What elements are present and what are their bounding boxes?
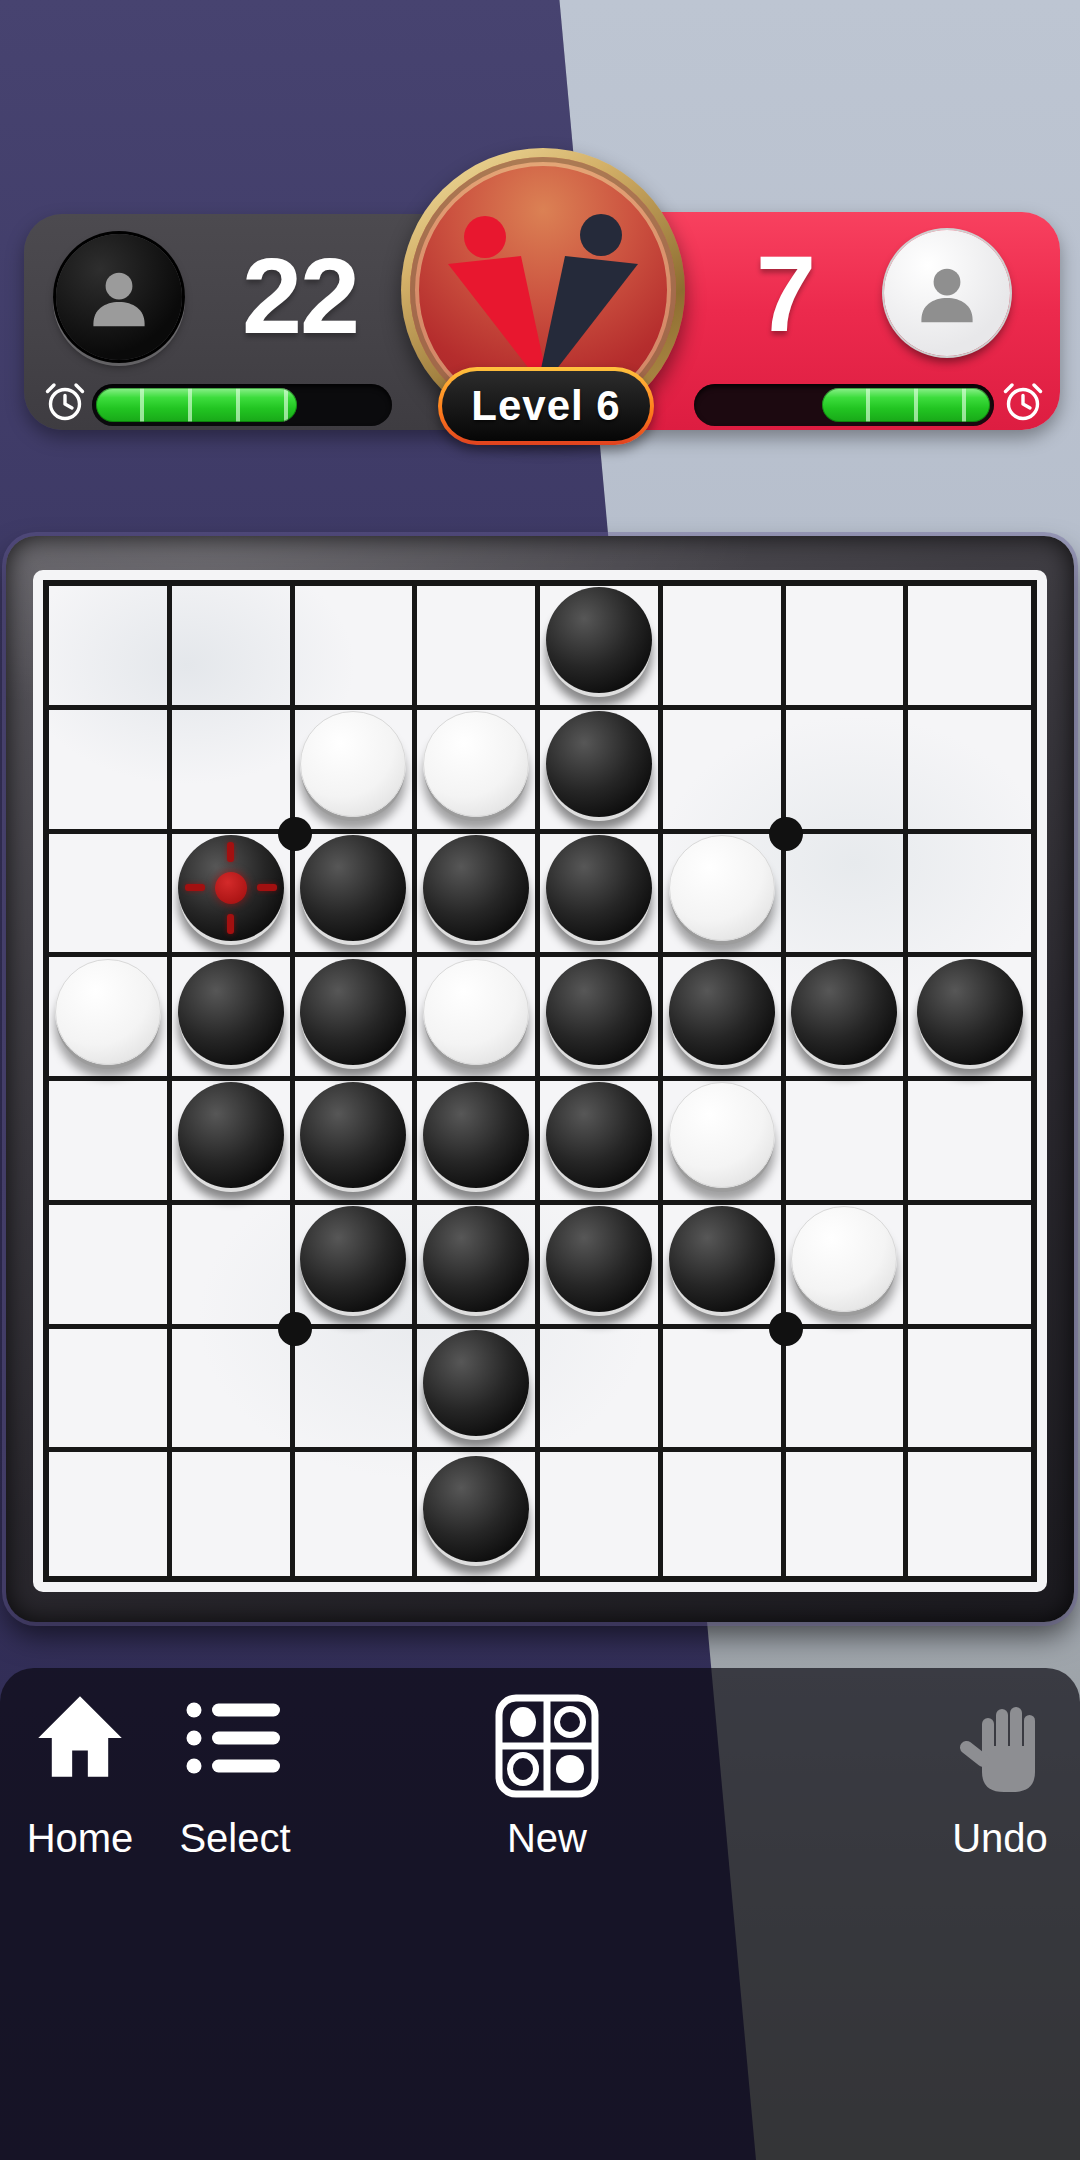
cell-r1c2[interactable] bbox=[172, 586, 295, 710]
home-icon bbox=[33, 1692, 127, 1780]
cell-r6c3[interactable] bbox=[295, 1205, 418, 1329]
cell-r8c1[interactable] bbox=[49, 1452, 172, 1576]
black-disc bbox=[791, 959, 897, 1065]
cell-r3c1[interactable] bbox=[49, 834, 172, 958]
level-badge[interactable]: Level 6 bbox=[438, 367, 654, 445]
black-disc bbox=[546, 587, 652, 693]
cell-r1c4[interactable] bbox=[417, 586, 540, 710]
black-disc bbox=[178, 1082, 284, 1188]
white-timer-track bbox=[694, 384, 994, 426]
cell-r1c5[interactable] bbox=[540, 586, 663, 710]
board-frame bbox=[6, 536, 1074, 1622]
black-disc bbox=[423, 1082, 529, 1188]
cell-r8c6[interactable] bbox=[663, 1452, 786, 1576]
person-icon bbox=[908, 254, 986, 332]
cell-r2c8[interactable] bbox=[908, 710, 1031, 834]
black-timer-track bbox=[92, 384, 392, 426]
cell-r7c1[interactable] bbox=[49, 1329, 172, 1453]
cell-r1c3[interactable] bbox=[295, 586, 418, 710]
cell-r3c7[interactable] bbox=[786, 834, 909, 958]
cell-r1c1[interactable] bbox=[49, 586, 172, 710]
cell-r2c7[interactable] bbox=[786, 710, 909, 834]
black-disc bbox=[546, 835, 652, 941]
last-move-marker bbox=[178, 835, 284, 941]
cell-r6c2[interactable] bbox=[172, 1205, 295, 1329]
cell-r3c8[interactable] bbox=[908, 834, 1031, 958]
black-disc bbox=[546, 711, 652, 817]
white-disc bbox=[300, 711, 406, 817]
white-disc bbox=[791, 1206, 897, 1312]
cell-r1c8[interactable] bbox=[908, 586, 1031, 710]
nav-home-label: Home bbox=[27, 1818, 134, 1860]
black-disc bbox=[300, 959, 406, 1065]
cell-r4c8[interactable] bbox=[908, 957, 1031, 1081]
cell-r8c4[interactable] bbox=[417, 1452, 540, 1576]
person-icon bbox=[80, 258, 158, 336]
cell-r5c7[interactable] bbox=[786, 1081, 909, 1205]
cell-r4c2[interactable] bbox=[172, 957, 295, 1081]
alarm-clock-icon bbox=[42, 378, 88, 424]
alarm-clock-icon bbox=[1000, 378, 1046, 424]
black-disc bbox=[546, 959, 652, 1065]
nav-select-button[interactable]: Select bbox=[170, 1692, 300, 1860]
nav-select-label: Select bbox=[179, 1818, 290, 1860]
cell-r2c3[interactable] bbox=[295, 710, 418, 834]
cell-r2c5[interactable] bbox=[540, 710, 663, 834]
cell-r3c6[interactable] bbox=[663, 834, 786, 958]
star-point bbox=[278, 1312, 312, 1346]
cell-r7c3[interactable] bbox=[295, 1329, 418, 1453]
cell-r5c8[interactable] bbox=[908, 1081, 1031, 1205]
cell-r6c8[interactable] bbox=[908, 1205, 1031, 1329]
cell-r6c1[interactable] bbox=[49, 1205, 172, 1329]
white-disc bbox=[669, 835, 775, 941]
black-disc bbox=[423, 1330, 529, 1436]
cell-r4c3[interactable] bbox=[295, 957, 418, 1081]
cell-r7c6[interactable] bbox=[663, 1329, 786, 1453]
nav-new-button[interactable]: New bbox=[477, 1692, 617, 1860]
cell-r1c7[interactable] bbox=[786, 586, 909, 710]
cell-r7c5[interactable] bbox=[540, 1329, 663, 1453]
black-disc bbox=[300, 835, 406, 941]
black-disc bbox=[300, 1206, 406, 1312]
cell-r5c2[interactable] bbox=[172, 1081, 295, 1205]
cell-r5c5[interactable] bbox=[540, 1081, 663, 1205]
board-inner bbox=[43, 580, 1037, 1582]
white-timer-fill bbox=[822, 388, 990, 422]
cell-r2c4[interactable] bbox=[417, 710, 540, 834]
cell-r5c1[interactable] bbox=[49, 1081, 172, 1205]
cell-r7c4[interactable] bbox=[417, 1329, 540, 1453]
board-grid bbox=[49, 586, 1031, 1576]
cell-r4c7[interactable] bbox=[786, 957, 909, 1081]
list-icon bbox=[185, 1700, 285, 1776]
cell-r5c6[interactable] bbox=[663, 1081, 786, 1205]
black-disc bbox=[423, 835, 529, 941]
black-disc bbox=[178, 959, 284, 1065]
board bbox=[33, 570, 1047, 1592]
black-disc bbox=[546, 1082, 652, 1188]
black-score: 22 bbox=[190, 242, 410, 350]
bottom-nav: Home Select New bbox=[0, 1668, 1080, 2160]
othello-new-game-icon bbox=[493, 1692, 601, 1800]
cell-r1c6[interactable] bbox=[663, 586, 786, 710]
black-disc bbox=[917, 959, 1023, 1065]
black-timer-fill bbox=[96, 388, 297, 422]
white-disc bbox=[669, 1082, 775, 1188]
star-point bbox=[769, 817, 803, 851]
star-point bbox=[769, 1312, 803, 1346]
black-disc bbox=[300, 1082, 406, 1188]
cell-r2c1[interactable] bbox=[49, 710, 172, 834]
white-player-avatar[interactable] bbox=[884, 230, 1010, 356]
cell-r4c5[interactable] bbox=[540, 957, 663, 1081]
cell-r4c1[interactable] bbox=[49, 957, 172, 1081]
cell-r4c6[interactable] bbox=[663, 957, 786, 1081]
cell-r7c7[interactable] bbox=[786, 1329, 909, 1453]
cell-r7c2[interactable] bbox=[172, 1329, 295, 1453]
cell-r5c4[interactable] bbox=[417, 1081, 540, 1205]
cell-r8c3[interactable] bbox=[295, 1452, 418, 1576]
cell-r3c3[interactable] bbox=[295, 834, 418, 958]
cell-r3c5[interactable] bbox=[540, 834, 663, 958]
black-disc bbox=[423, 1206, 529, 1312]
cell-r8c8[interactable] bbox=[908, 1452, 1031, 1576]
cell-r6c4[interactable] bbox=[417, 1205, 540, 1329]
cell-r6c5[interactable] bbox=[540, 1205, 663, 1329]
level-badge-label: Level 6 bbox=[471, 382, 620, 430]
cell-r8c5[interactable] bbox=[540, 1452, 663, 1576]
black-disc bbox=[546, 1206, 652, 1312]
black-player-avatar[interactable] bbox=[56, 234, 182, 360]
nav-home-button[interactable]: Home bbox=[20, 1692, 140, 1860]
cell-r8c2[interactable] bbox=[172, 1452, 295, 1576]
cell-r3c2[interactable] bbox=[172, 834, 295, 958]
nav-new-label: New bbox=[507, 1818, 587, 1860]
cell-r2c2[interactable] bbox=[172, 710, 295, 834]
white-disc bbox=[55, 959, 161, 1065]
cell-r2c6[interactable] bbox=[663, 710, 786, 834]
white-disc bbox=[423, 711, 529, 817]
nav-undo-label: Undo bbox=[952, 1818, 1048, 1860]
cell-r5c3[interactable] bbox=[295, 1081, 418, 1205]
cell-r8c7[interactable] bbox=[786, 1452, 909, 1576]
cell-r4c4[interactable] bbox=[417, 957, 540, 1081]
black-disc bbox=[669, 959, 775, 1065]
black-disc bbox=[669, 1206, 775, 1312]
cell-r3c4[interactable] bbox=[417, 834, 540, 958]
black-disc bbox=[178, 835, 284, 941]
hand-icon bbox=[958, 1702, 1042, 1794]
cell-r6c7[interactable] bbox=[786, 1205, 909, 1329]
nav-undo-button[interactable]: Undo bbox=[930, 1692, 1070, 1860]
star-point bbox=[278, 817, 312, 851]
black-disc bbox=[423, 1456, 529, 1562]
cell-r7c8[interactable] bbox=[908, 1329, 1031, 1453]
white-disc bbox=[423, 959, 529, 1065]
white-score: 7 bbox=[700, 240, 870, 348]
cell-r6c6[interactable] bbox=[663, 1205, 786, 1329]
